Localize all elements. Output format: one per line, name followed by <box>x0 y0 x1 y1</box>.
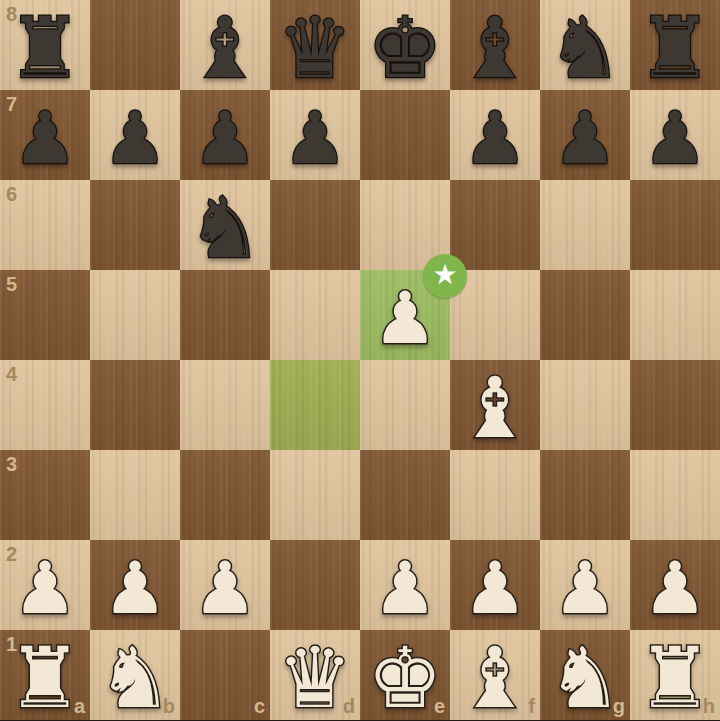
square-b4[interactable] <box>90 360 180 450</box>
square-d2[interactable] <box>270 540 360 630</box>
square-a6[interactable]: 6 <box>0 180 90 270</box>
square-f2[interactable]: ♟ <box>450 540 540 630</box>
square-f8[interactable]: ♝ <box>450 0 540 90</box>
piece-white-pawn-g2[interactable]: ♟ <box>540 543 630 633</box>
square-g5[interactable] <box>540 270 630 360</box>
piece-white-pawn-a2[interactable]: ♟ <box>0 543 90 633</box>
square-g3[interactable] <box>540 450 630 540</box>
square-e2[interactable]: ♟ <box>360 540 450 630</box>
square-a7[interactable]: 7♟ <box>0 90 90 180</box>
piece-white-knight-b1[interactable]: ♞ <box>90 633 180 721</box>
square-e1[interactable]: e♚ <box>360 630 450 720</box>
square-g7[interactable]: ♟ <box>540 90 630 180</box>
rank-label-4: 4 <box>6 363 17 386</box>
square-a1[interactable]: 1a♜ <box>0 630 90 720</box>
square-c7[interactable]: ♟ <box>180 90 270 180</box>
square-h3[interactable] <box>630 450 720 540</box>
piece-white-pawn-h2[interactable]: ♟ <box>630 543 720 633</box>
square-e4[interactable] <box>360 360 450 450</box>
square-a5[interactable]: 5 <box>0 270 90 360</box>
rank-label-3: 3 <box>6 453 17 476</box>
square-f7[interactable]: ♟ <box>450 90 540 180</box>
piece-white-rook-h1[interactable]: ♜ <box>630 633 720 721</box>
piece-black-pawn-c7[interactable]: ♟ <box>180 93 270 183</box>
piece-white-queen-d1[interactable]: ♛ <box>270 633 360 721</box>
piece-black-bishop-c8[interactable]: ♝ <box>180 3 270 93</box>
square-f6[interactable] <box>450 180 540 270</box>
square-h5[interactable] <box>630 270 720 360</box>
square-b6[interactable] <box>90 180 180 270</box>
square-d5[interactable] <box>270 270 360 360</box>
square-g6[interactable] <box>540 180 630 270</box>
square-b3[interactable] <box>90 450 180 540</box>
best-move-badge: ★ <box>423 254 467 298</box>
square-b1[interactable]: b♞ <box>90 630 180 720</box>
square-d3[interactable] <box>270 450 360 540</box>
piece-white-bishop-f4[interactable]: ♝ <box>450 363 540 453</box>
piece-black-pawn-g7[interactable]: ♟ <box>540 93 630 183</box>
piece-white-bishop-f1[interactable]: ♝ <box>450 633 540 721</box>
square-h4[interactable] <box>630 360 720 450</box>
square-h2[interactable]: ♟ <box>630 540 720 630</box>
square-c8[interactable]: ♝ <box>180 0 270 90</box>
piece-black-pawn-d7[interactable]: ♟ <box>270 93 360 183</box>
square-b8[interactable] <box>90 0 180 90</box>
square-e5[interactable]: ♟★ <box>360 270 450 360</box>
square-c5[interactable] <box>180 270 270 360</box>
square-a8[interactable]: 8♜ <box>0 0 90 90</box>
square-b7[interactable]: ♟ <box>90 90 180 180</box>
square-c2[interactable]: ♟ <box>180 540 270 630</box>
square-g4[interactable] <box>540 360 630 450</box>
square-a3[interactable]: 3 <box>0 450 90 540</box>
piece-white-pawn-b2[interactable]: ♟ <box>90 543 180 633</box>
square-d1[interactable]: d♛ <box>270 630 360 720</box>
piece-black-rook-h8[interactable]: ♜ <box>630 3 720 93</box>
rank-label-6: 6 <box>6 183 17 206</box>
piece-black-pawn-a7[interactable]: ♟ <box>0 93 90 183</box>
piece-black-rook-a8[interactable]: ♜ <box>0 3 90 93</box>
rank-label-5: 5 <box>6 273 17 296</box>
square-a2[interactable]: 2♟ <box>0 540 90 630</box>
piece-black-knight-c6[interactable]: ♞ <box>180 183 270 273</box>
piece-white-king-e1[interactable]: ♚ <box>360 633 450 721</box>
square-h1[interactable]: h♜ <box>630 630 720 720</box>
square-h7[interactable]: ♟ <box>630 90 720 180</box>
square-g1[interactable]: g♞ <box>540 630 630 720</box>
square-f1[interactable]: f♝ <box>450 630 540 720</box>
square-e7[interactable] <box>360 90 450 180</box>
star-icon: ★ <box>432 261 457 289</box>
square-d6[interactable] <box>270 180 360 270</box>
piece-white-rook-a1[interactable]: ♜ <box>0 633 90 721</box>
square-h8[interactable]: ♜ <box>630 0 720 90</box>
piece-black-pawn-h7[interactable]: ♟ <box>630 93 720 183</box>
square-c1[interactable]: c <box>180 630 270 720</box>
square-f4[interactable]: ♝ <box>450 360 540 450</box>
square-d7[interactable]: ♟ <box>270 90 360 180</box>
square-e8[interactable]: ♚ <box>360 0 450 90</box>
square-d8[interactable]: ♛ <box>270 0 360 90</box>
square-h6[interactable] <box>630 180 720 270</box>
chess-board: 8♜♝♛♚♝♞♜7♟♟♟♟♟♟♟6♞5♟★4♝32♟♟♟♟♟♟♟1a♜b♞cd♛… <box>0 0 720 720</box>
piece-black-queen-d8[interactable]: ♛ <box>270 3 360 93</box>
square-c6[interactable]: ♞ <box>180 180 270 270</box>
square-b5[interactable] <box>90 270 180 360</box>
square-g8[interactable]: ♞ <box>540 0 630 90</box>
piece-white-pawn-c2[interactable]: ♟ <box>180 543 270 633</box>
square-g2[interactable]: ♟ <box>540 540 630 630</box>
piece-black-bishop-f8[interactable]: ♝ <box>450 3 540 93</box>
piece-white-pawn-f2[interactable]: ♟ <box>450 543 540 633</box>
square-e3[interactable] <box>360 450 450 540</box>
square-c3[interactable] <box>180 450 270 540</box>
piece-black-pawn-f7[interactable]: ♟ <box>450 93 540 183</box>
piece-black-knight-g8[interactable]: ♞ <box>540 3 630 93</box>
file-label-c: c <box>254 695 265 718</box>
square-c4[interactable] <box>180 360 270 450</box>
square-a4[interactable]: 4 <box>0 360 90 450</box>
piece-white-knight-g1[interactable]: ♞ <box>540 633 630 721</box>
square-f3[interactable] <box>450 450 540 540</box>
square-b2[interactable]: ♟ <box>90 540 180 630</box>
square-d4[interactable] <box>270 360 360 450</box>
piece-white-pawn-e2[interactable]: ♟ <box>360 543 450 633</box>
piece-black-king-e8[interactable]: ♚ <box>360 3 450 93</box>
piece-black-pawn-b7[interactable]: ♟ <box>90 93 180 183</box>
